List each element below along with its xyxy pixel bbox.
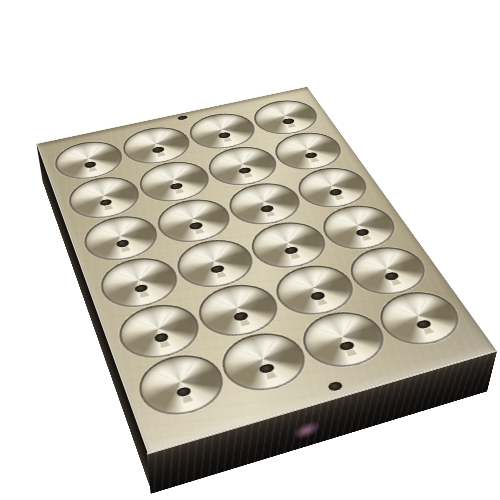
pit-r5c2[interactable] (190, 277, 288, 344)
mount-hole-bottom (327, 381, 344, 392)
cell-r5c1 (109, 296, 211, 368)
pit-r4c1[interactable] (93, 251, 186, 315)
scene (0, 0, 500, 500)
cell-r6c3 (290, 304, 398, 378)
cell-r4c2 (167, 232, 264, 295)
cell-r5c2 (188, 276, 290, 346)
cell-r5c4 (338, 239, 440, 303)
pit-r6c3[interactable] (292, 305, 396, 376)
pit-r6c1[interactable] (130, 347, 234, 424)
pit-r6c4[interactable] (368, 285, 472, 353)
pit-r6c2[interactable] (213, 325, 317, 399)
cell-r5c3 (264, 257, 366, 324)
pit-r5c3[interactable] (266, 258, 364, 323)
cell-r6c1 (128, 346, 236, 426)
cell-r4c1 (91, 250, 188, 316)
paint-smudge (293, 418, 322, 442)
pit-r5c4[interactable] (339, 240, 437, 302)
pit-r4c2[interactable] (169, 233, 262, 294)
cell-r6c2 (211, 324, 319, 401)
mold-plate-board (36, 86, 496, 453)
pit-r5c1[interactable] (111, 297, 209, 367)
cell-r6c4 (366, 284, 474, 355)
